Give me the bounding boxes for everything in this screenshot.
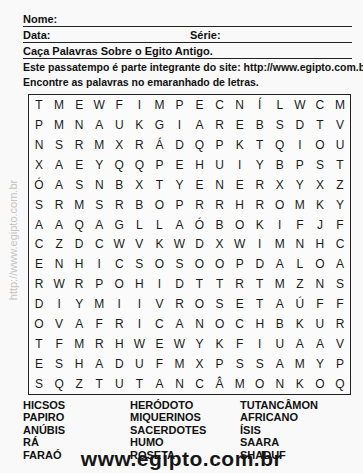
grid-cell: A [270, 254, 290, 274]
grid-cell: F [49, 334, 69, 354]
grid-cell: R [29, 274, 49, 294]
grid-cell: X [310, 175, 330, 195]
grid-cell: B [270, 155, 290, 175]
grid-cell: M [230, 374, 250, 394]
grid-cell: P [210, 135, 230, 155]
grid-cell: S [69, 175, 89, 195]
grid-cell: S [29, 374, 49, 394]
grid-cell: R [129, 135, 149, 155]
grid-cell: B [210, 215, 230, 235]
grid-cell: C [330, 235, 350, 255]
grade-label: Série: [190, 29, 221, 41]
grid-cell: P [89, 274, 109, 294]
grid-cell: N [270, 374, 290, 394]
grid-cell: Q [330, 374, 350, 394]
grid-cell: O [109, 274, 129, 294]
grid-cell: O [310, 374, 330, 394]
grid-cell: B [270, 314, 290, 334]
grid-cell: O [210, 254, 230, 274]
grid-cell: I [169, 115, 189, 135]
word-item: SACERDOTES [130, 424, 240, 436]
grid-cell: Z [330, 175, 350, 195]
grid-cell: X [29, 155, 49, 175]
grid-cell: H [250, 314, 270, 334]
grid-cell: R [109, 314, 129, 334]
grid-cell: A [69, 314, 89, 334]
grid-cell: Q [69, 215, 89, 235]
grid-cell: F [290, 215, 310, 235]
grid-cell: U [330, 135, 350, 155]
name-label: Nome: [23, 13, 57, 25]
grid-cell: R [250, 175, 270, 195]
grid-cell: P [169, 195, 189, 215]
grid-cell: A [89, 354, 109, 374]
grid-cell: M [149, 95, 169, 115]
grid-cell: U [210, 155, 230, 175]
grid-cell: K [250, 215, 270, 235]
grid-cell: C [149, 314, 169, 334]
grid-cell: H [190, 155, 210, 175]
grid-cell: N [290, 235, 310, 255]
grid-cell: K [210, 334, 230, 354]
grid-cell: R [190, 195, 210, 215]
grid-cell: E [230, 115, 250, 135]
grid-cell: W [290, 95, 310, 115]
grid-cell: Â [210, 374, 230, 394]
grid-cell: N [210, 175, 230, 195]
grid-cell: H [129, 274, 149, 294]
grid-cell: P [29, 115, 49, 135]
grid-cell: S [169, 254, 189, 274]
grid-cell: R [330, 314, 350, 334]
grid-cell: M [89, 294, 109, 314]
grid-cell: Y [250, 155, 270, 175]
grid-cell: P [230, 254, 250, 274]
grid-cell: W [89, 95, 109, 115]
grid-cell: O [149, 254, 169, 274]
grid-cell: A [190, 115, 210, 135]
page-title: Caça Palavras Sobre o Egito Antigo. [23, 45, 213, 57]
grid-cell: W [109, 235, 129, 255]
grid-cell: N [69, 115, 89, 135]
grid-cell: M [330, 95, 350, 115]
grid-cell: K [290, 314, 310, 334]
grid-cell: A [89, 215, 109, 235]
grid-cell: O [29, 314, 49, 334]
grid-cell: S [230, 354, 250, 374]
grid-cell: R [109, 195, 129, 215]
grid-cell: Y [310, 354, 330, 374]
grid-cell: A [310, 334, 330, 354]
grid-cell: L [290, 254, 310, 274]
grid-cell: C [29, 235, 49, 255]
grid-cell: X [190, 354, 210, 374]
grid-cell: C [89, 235, 109, 255]
word-search-grid: TMEWFIMPECNÍLWCMPMNAUKGIAREBSDTVNSRMXRÁD… [28, 94, 351, 395]
grid-cell: Z [290, 274, 310, 294]
grid-cell: R [49, 195, 69, 215]
grid-cell: L [149, 215, 169, 235]
date-grade-field-row: Data: Série: [23, 29, 352, 43]
grid-cell: N [169, 374, 189, 394]
grid-cell: U [270, 334, 290, 354]
grid-cell: E [230, 175, 250, 195]
grid-cell: P [169, 95, 189, 115]
grid-cell: D [169, 135, 189, 155]
grid-cell: Q [270, 135, 290, 155]
grid-cell: N [310, 274, 330, 294]
grid-cell: S [210, 294, 230, 314]
grid-cell: G [149, 115, 169, 135]
grid-cell: T [190, 274, 210, 294]
grid-cell: F [230, 334, 250, 354]
grid-cell: A [49, 215, 69, 235]
grid-cell: L [129, 215, 149, 235]
grid-cell: O [210, 314, 230, 334]
grid-cell: J [310, 215, 330, 235]
grid-cell: A [89, 115, 109, 135]
grid-cell: P [290, 155, 310, 175]
word-item: ÍSIS [240, 424, 352, 436]
grid-cell: D [250, 254, 270, 274]
grid-cell: E [190, 95, 210, 115]
grid-cell: T [29, 95, 49, 115]
grid-cell: X [270, 175, 290, 195]
grid-cell: E [190, 175, 210, 195]
grid-cell: I [230, 155, 250, 175]
grid-cell: W [49, 274, 69, 294]
grid-cell: Y [330, 195, 350, 215]
grid-cell: M [270, 274, 290, 294]
grid-cell: R [169, 294, 189, 314]
grid-cell: K [310, 195, 330, 215]
grid-cell: E [29, 254, 49, 274]
grid-cell: K [149, 235, 169, 255]
grid-cell: Ó [29, 175, 49, 195]
grid-cell: O [270, 195, 290, 215]
grid-cell: O [230, 215, 250, 235]
grid-cell: M [69, 334, 89, 354]
grid-cell: Q [190, 135, 210, 155]
grid-cell: Q [49, 374, 69, 394]
grid-cell: Á [149, 135, 169, 155]
grid-cell: S [29, 195, 49, 215]
grid-cell: A [169, 215, 189, 235]
grid-cell: D [69, 235, 89, 255]
grid-cell: S [49, 354, 69, 374]
grid-cell: U [129, 354, 149, 374]
grid-cell: V [330, 334, 350, 354]
grid-cell: Y [190, 334, 210, 354]
grid-cell: N [89, 175, 109, 195]
grid-cell: I [89, 254, 109, 274]
grid-cell: D [29, 294, 49, 314]
grid-cell: Ó [190, 215, 210, 235]
word-item: MIQUERINOS [130, 411, 240, 423]
word-item: TUTANCÂMON [240, 399, 352, 411]
grid-cell: S [270, 115, 290, 135]
grid-cell: A [169, 314, 189, 334]
footer-url: www.egipto.com.br [0, 447, 363, 471]
grid-cell: R [210, 195, 230, 215]
grid-cell: E [169, 155, 189, 175]
grid-cell: W [169, 235, 189, 255]
grid-cell: A [270, 354, 290, 374]
grid-cell: I [270, 215, 290, 235]
grid-cell: I [129, 294, 149, 314]
grid-cell: H [230, 195, 250, 215]
word-item: HERÓDOTO [130, 399, 240, 411]
grid-cell: Y [169, 175, 189, 195]
grid-cell: X [109, 135, 129, 155]
word-item: AFRICANO [240, 411, 352, 423]
grid-cell: I [290, 135, 310, 155]
grid-cell: W [129, 334, 149, 354]
grid-cell: O [190, 294, 210, 314]
grid-cell: M [69, 195, 89, 215]
grid-cell: R [230, 274, 250, 294]
title-row: Caça Palavras Sobre o Egito Antigo. [23, 45, 352, 59]
grid-cell: R [210, 115, 230, 135]
grid-cell: Z [49, 235, 69, 255]
word-item: ANÚBIS [23, 424, 130, 436]
grid-cell: R [69, 274, 89, 294]
grid-cell: B [109, 175, 129, 195]
grid-cell: W [230, 235, 250, 255]
grid-cell: I [129, 95, 149, 115]
grid-cell: P [149, 155, 169, 175]
grid-cell: O [250, 374, 270, 394]
grid-cell: V [49, 314, 69, 334]
grid-cell: V [149, 294, 169, 314]
grid-cell: L [270, 95, 290, 115]
grid-cell: T [149, 175, 169, 195]
grid-cell: T [310, 115, 330, 135]
grid-cell: C [310, 95, 330, 115]
grid-cell: P [210, 354, 230, 374]
grid-cell: O [310, 135, 330, 155]
worksheet-page: http://www.egipto.com.br Nome: Data: Sér… [0, 0, 363, 473]
grid-cell: Ú [290, 294, 310, 314]
grid-cell: Y [290, 175, 310, 195]
grid-cell: T [250, 135, 270, 155]
grid-cell: V [129, 235, 149, 255]
grid-cell: F [330, 294, 350, 314]
grid-cell: B [250, 115, 270, 135]
grid-cell: A [270, 294, 290, 314]
grid-cell: M [49, 115, 69, 135]
grid-cell: S [330, 274, 350, 294]
grid-cell: I [109, 294, 129, 314]
name-field-row: Nome: [23, 13, 352, 27]
grid-cell: Q [129, 155, 149, 175]
date-label: Data: [23, 29, 51, 41]
grid-cell: A [330, 254, 350, 274]
grid-cell: M [169, 354, 189, 374]
grid-cell: U [109, 115, 129, 135]
grid-cell: E [69, 155, 89, 175]
grid-cell: Z [69, 374, 89, 394]
grid-cell: H [310, 235, 330, 255]
grid-cell: D [290, 115, 310, 135]
grid-cell: S [250, 354, 270, 374]
grid-cell: T [89, 374, 109, 394]
grid-cell: R [89, 334, 109, 354]
grid-cell: T [250, 294, 270, 314]
grid-cell: M [89, 135, 109, 155]
grid-cell: I [129, 314, 149, 334]
grid-cell: R [250, 195, 270, 215]
side-watermark-url: http://www.egipto.com.br [7, 130, 19, 350]
grid-cell: T [250, 274, 270, 294]
grid-cell: F [149, 354, 169, 374]
instruction-note: Encontre as palavras no emaranhado de le… [23, 76, 352, 89]
word-item: PAPIRO [23, 411, 130, 423]
grid-cell: A [290, 334, 310, 354]
grid-cell: T [129, 374, 149, 394]
grid-cell: I [250, 235, 270, 255]
grid-cell: U [109, 374, 129, 394]
grid-cell: T [330, 155, 350, 175]
grid-cell: N [49, 254, 69, 274]
grid-cell: E [149, 334, 169, 354]
grid-cell: N [230, 95, 250, 115]
word-item: HICSOS [23, 399, 130, 411]
grid-cell: Y [89, 155, 109, 175]
grid-cell: O [190, 254, 210, 274]
site-note: Este passatempo é parte integrante do si… [23, 61, 352, 74]
grid-cell: K [129, 115, 149, 135]
grid-cell: F [89, 314, 109, 334]
grid-cell: A [49, 155, 69, 175]
grid-cell: H [69, 254, 89, 274]
grid-cell: C [109, 254, 129, 274]
grid-cell: F [310, 294, 330, 314]
grid-cell: D [190, 235, 210, 255]
grid-cell: N [190, 314, 210, 334]
grid-cell: I [250, 334, 270, 354]
grid-cell: S [310, 155, 330, 175]
grid-cell: W [169, 334, 189, 354]
grid-cell: R [69, 135, 89, 155]
grid-cell: K [290, 374, 310, 394]
grid-cell: D [109, 354, 129, 374]
grid-cell: V [330, 115, 350, 135]
grid-cell: H [109, 334, 129, 354]
grid-cell: M [290, 354, 310, 374]
grid-cell: C [210, 95, 230, 115]
grid-cell: I [149, 274, 169, 294]
grid-cell: X [210, 235, 230, 255]
grid-cell: S [49, 135, 69, 155]
grid-cell: M [270, 235, 290, 255]
grid-cell: E [69, 95, 89, 115]
grid-cell: T [210, 274, 230, 294]
grid-cell: O [149, 195, 169, 215]
grid-cell: M [290, 195, 310, 215]
grid-cell: B [129, 195, 149, 215]
grid-cell: I [49, 294, 69, 314]
grid-cell: F [330, 215, 350, 235]
grid-cell: A [29, 215, 49, 235]
grid-cell: K [230, 135, 250, 155]
grid-cell: P [330, 354, 350, 374]
grid-cell: Y [69, 294, 89, 314]
grid-cell: Q [109, 155, 129, 175]
grid-cell: M [49, 95, 69, 115]
grid-cell: D [169, 274, 189, 294]
grid-cell: F [109, 95, 129, 115]
grid-cell: S [129, 254, 149, 274]
grid-cell: C [230, 314, 250, 334]
grid-cell: E [29, 354, 49, 374]
grid-cell: G [109, 215, 129, 235]
grid-cell: S [89, 195, 109, 215]
grid-cell: E [230, 294, 250, 314]
grid-cell: U [310, 314, 330, 334]
grid-cell: Í [250, 95, 270, 115]
grid-cell: H [69, 354, 89, 374]
grid-cell: X [129, 175, 149, 195]
grid-cell: N [29, 135, 49, 155]
grid-cell: T [29, 334, 49, 354]
grid-cell: O [310, 254, 330, 274]
grid-cell: C [190, 374, 210, 394]
grid-cell: A [149, 374, 169, 394]
grid-cell: A [49, 175, 69, 195]
